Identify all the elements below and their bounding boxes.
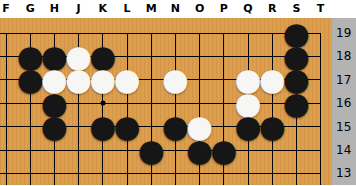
stone-black-O14: ● (188, 138, 212, 162)
col-label-F: F (2, 2, 10, 16)
stone-white-N17: ● (163, 68, 187, 92)
col-label-H: H (50, 2, 59, 16)
col-label-T: T (317, 2, 325, 16)
col-label-G: G (26, 2, 35, 16)
col-label-K: K (99, 2, 108, 16)
col-label-J: J (77, 2, 81, 16)
row-label-17: 17 (336, 74, 351, 86)
stone-black-G17: ● (18, 68, 42, 92)
row-label-16: 16 (336, 97, 351, 109)
stone-white-R17: ● (260, 68, 284, 92)
stone-black-K15: ● (91, 114, 115, 138)
stone-black-S16: ● (284, 91, 308, 115)
col-label-N: N (171, 2, 180, 16)
row-label-15: 15 (336, 121, 351, 133)
col-label-R: R (268, 2, 276, 16)
stone-black-N15: ● (163, 114, 187, 138)
stone-black-L15: ● (115, 114, 139, 138)
star-point-K16 (100, 101, 105, 106)
row-label-18: 18 (336, 50, 351, 62)
col-label-M: M (146, 2, 157, 16)
row-label-19: 19 (336, 27, 351, 39)
go-board-screenshot: FGHJKLMNOPQRST19181716151413●●●●●●●●●●●●… (0, 0, 356, 185)
stone-black-P14: ● (212, 138, 236, 162)
stone-black-M14: ● (139, 138, 163, 162)
col-label-L: L (123, 2, 130, 16)
stone-black-H15: ● (42, 114, 66, 138)
stone-black-Q15: ● (236, 114, 260, 138)
row-label-13: 13 (336, 167, 351, 179)
col-label-Q: Q (243, 2, 252, 16)
grid-line-v-T (320, 33, 321, 186)
grid-line-h-13 (0, 173, 321, 174)
stone-white-J17: ● (67, 68, 91, 92)
stone-white-K17: ● (91, 68, 115, 92)
col-label-P: P (220, 2, 228, 16)
stone-white-L17: ● (115, 68, 139, 92)
row-label-14: 14 (336, 144, 351, 156)
grid-line-h-19 (0, 33, 321, 34)
col-label-O: O (195, 2, 204, 16)
stone-black-R15: ● (260, 114, 284, 138)
grid-line-v-F (6, 33, 7, 186)
